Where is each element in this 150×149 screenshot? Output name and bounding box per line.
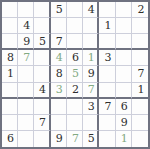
cell-r2c3[interactable] — [34, 18, 50, 34]
cell-r9c4[interactable]: 9 — [51, 131, 67, 147]
cell-r6c2[interactable] — [18, 83, 34, 99]
cell-r2c9[interactable] — [132, 18, 148, 34]
cell-r3c4[interactable]: 7 — [51, 34, 67, 50]
cell-r9c2[interactable] — [18, 131, 34, 147]
cell-r3c9[interactable] — [132, 34, 148, 50]
cell-r5c2[interactable] — [18, 66, 34, 82]
cell-r2c7[interactable]: 1 — [99, 18, 115, 34]
cell-r8c4[interactable] — [51, 115, 67, 131]
cell-r1c3[interactable] — [34, 2, 50, 18]
sudoku-board: 5424195787461318597432713767969751 — [0, 0, 150, 149]
cell-r4c5[interactable]: 6 — [67, 50, 83, 66]
cell-r2c4[interactable] — [51, 18, 67, 34]
cell-r1c9[interactable]: 2 — [132, 2, 148, 18]
cell-r5c5[interactable]: 5 — [67, 66, 83, 82]
cell-r4c2[interactable]: 7 — [18, 50, 34, 66]
cell-r1c6[interactable]: 4 — [83, 2, 99, 18]
cell-r8c2[interactable] — [18, 115, 34, 131]
cell-r8c3[interactable]: 7 — [34, 115, 50, 131]
cell-r4c9[interactable] — [132, 50, 148, 66]
cell-r3c3[interactable]: 5 — [34, 34, 50, 50]
cell-r2c5[interactable] — [67, 18, 83, 34]
cell-r5c4[interactable]: 8 — [51, 66, 67, 82]
cell-r7c3[interactable] — [34, 99, 50, 115]
cell-r2c8[interactable] — [116, 18, 132, 34]
cell-r9c7[interactable] — [99, 131, 115, 147]
cell-r6c5[interactable]: 2 — [67, 83, 83, 99]
cell-r6c7[interactable] — [99, 83, 115, 99]
cell-r7c4[interactable] — [51, 99, 67, 115]
cell-r9c5[interactable]: 7 — [67, 131, 83, 147]
cell-r8c6[interactable] — [83, 115, 99, 131]
cell-r7c9[interactable] — [132, 99, 148, 115]
cell-r7c2[interactable] — [18, 99, 34, 115]
cell-r9c3[interactable] — [34, 131, 50, 147]
cell-r5c3[interactable] — [34, 66, 50, 82]
cell-r1c8[interactable] — [116, 2, 132, 18]
cell-r6c4[interactable]: 3 — [51, 83, 67, 99]
cell-r3c6[interactable] — [83, 34, 99, 50]
cell-r4c6[interactable]: 1 — [83, 50, 99, 66]
cell-r9c9[interactable] — [132, 131, 148, 147]
cell-r9c8[interactable]: 1 — [116, 131, 132, 147]
cell-r8c8[interactable]: 9 — [116, 115, 132, 131]
cell-r6c9[interactable]: 1 — [132, 83, 148, 99]
cell-r1c7[interactable] — [99, 2, 115, 18]
cell-r8c1[interactable] — [2, 115, 18, 131]
cell-r5c6[interactable]: 9 — [83, 66, 99, 82]
cell-r4c8[interactable] — [116, 50, 132, 66]
cell-r5c9[interactable]: 7 — [132, 66, 148, 82]
cell-r1c1[interactable] — [2, 2, 18, 18]
cell-r7c6[interactable]: 3 — [83, 99, 99, 115]
cell-r4c1[interactable]: 8 — [2, 50, 18, 66]
cell-r2c1[interactable] — [2, 18, 18, 34]
cell-r1c2[interactable] — [18, 2, 34, 18]
cell-r2c2[interactable]: 4 — [18, 18, 34, 34]
cell-r3c8[interactable] — [116, 34, 132, 50]
cell-r8c7[interactable] — [99, 115, 115, 131]
cell-r4c7[interactable]: 3 — [99, 50, 115, 66]
cell-r4c3[interactable] — [34, 50, 50, 66]
cell-r6c1[interactable] — [2, 83, 18, 99]
cell-r9c1[interactable]: 6 — [2, 131, 18, 147]
cell-r8c9[interactable] — [132, 115, 148, 131]
cell-r5c1[interactable]: 1 — [2, 66, 18, 82]
cell-r3c1[interactable] — [2, 34, 18, 50]
cell-r8c5[interactable] — [67, 115, 83, 131]
cell-r1c4[interactable]: 5 — [51, 2, 67, 18]
cell-r5c7[interactable] — [99, 66, 115, 82]
cell-r6c6[interactable]: 7 — [83, 83, 99, 99]
cell-r6c3[interactable]: 4 — [34, 83, 50, 99]
cell-r7c7[interactable]: 7 — [99, 99, 115, 115]
cell-r9c6[interactable]: 5 — [83, 131, 99, 147]
cell-r3c5[interactable] — [67, 34, 83, 50]
cell-r5c8[interactable] — [116, 66, 132, 82]
cell-r6c8[interactable] — [116, 83, 132, 99]
cell-r7c1[interactable] — [2, 99, 18, 115]
cell-r3c7[interactable] — [99, 34, 115, 50]
cell-r7c8[interactable]: 6 — [116, 99, 132, 115]
cell-r7c5[interactable] — [67, 99, 83, 115]
cell-r2c6[interactable] — [83, 18, 99, 34]
cell-r4c4[interactable]: 4 — [51, 50, 67, 66]
cell-r3c2[interactable]: 9 — [18, 34, 34, 50]
cell-r1c5[interactable] — [67, 2, 83, 18]
